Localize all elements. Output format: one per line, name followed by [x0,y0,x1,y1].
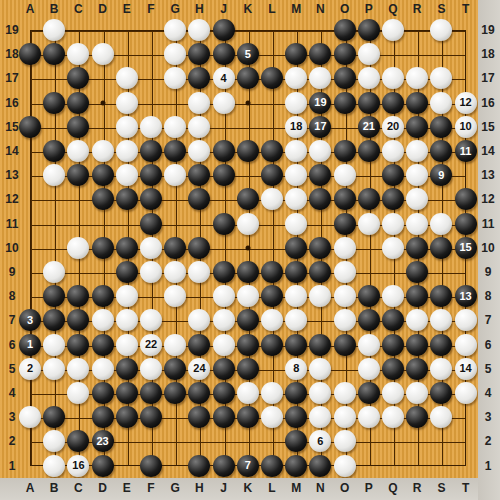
stone-R15-black [406,116,428,138]
move-number-label: 3 [27,315,33,326]
stone-N4-white [309,382,331,404]
coord-left-5: 5 [9,362,16,376]
coord-top-R: R [413,2,422,16]
stone-D2-black: 23 [92,430,114,452]
stone-P7-black [358,309,380,331]
stone-Q3-white [382,406,404,428]
move-number-label: 22 [145,339,157,350]
stone-K6-black [237,334,259,356]
stone-R8-black [406,285,428,307]
stone-D3-black [92,406,114,428]
coord-left-16: 16 [5,96,18,110]
stone-P11-white [358,213,380,235]
stone-H5-white: 24 [188,358,210,380]
stone-F11-black [140,213,162,235]
move-number-label: 11 [460,146,472,157]
stone-H4-black [188,382,210,404]
stone-F14-black [140,140,162,162]
stone-E15-white [116,116,138,138]
coord-right-14: 14 [481,144,494,158]
stone-K4-white [237,382,259,404]
stone-B13-white [43,164,65,186]
stone-T12-black [455,188,477,210]
stone-S6-black [430,334,452,356]
stone-M10-black [285,237,307,259]
move-number-label: 13 [459,291,471,302]
coord-right-5: 5 [485,362,492,376]
stone-L13-black [261,164,283,186]
stone-N13-black [309,164,331,186]
stone-S11-white [430,213,452,235]
stone-E16-white [116,92,138,114]
stone-F13-black [140,164,162,186]
stone-C4-white [67,382,89,404]
stone-M17-white [285,67,307,89]
stone-D6-black [92,334,114,356]
stone-K8-white [237,285,259,307]
coord-top-M: M [291,2,301,16]
stone-J4-black [213,382,235,404]
stone-H12-black [188,188,210,210]
stone-K18-black: 5 [237,43,259,65]
stone-P3-white [358,406,380,428]
stone-R16-black [406,92,428,114]
stone-Q10-white [382,237,404,259]
stone-L17-black [261,67,283,89]
coord-top-G: G [171,2,180,16]
stone-A3-white [19,406,41,428]
stone-G14-black [164,140,186,162]
coord-bottom-E: E [123,481,131,495]
stone-C10-white [67,237,89,259]
stone-B9-white [43,261,65,283]
move-number-label: 23 [96,436,108,447]
stone-H9-white [188,261,210,283]
stone-L14-black [261,140,283,162]
stone-M1-black [285,455,307,477]
stone-N5-white [309,358,331,380]
stone-M5-white: 8 [285,358,307,380]
stone-T10-black: 15 [455,237,477,259]
coord-top-Q: Q [388,2,397,16]
coord-top-H: H [195,2,204,16]
stone-O8-white [334,285,356,307]
stone-P19-black [358,19,380,41]
coord-right-6: 6 [485,338,492,352]
stone-O10-white [334,237,356,259]
stone-O18-black [334,43,356,65]
stone-Q19-white [382,19,404,41]
stone-Q4-white [382,382,404,404]
stone-B2-white [43,430,65,452]
stone-N1-black [309,455,331,477]
stone-N3-white [309,406,331,428]
stone-B1-white [43,455,65,477]
stone-G5-black [164,358,186,380]
coord-bottom-T: T [462,481,469,495]
coord-bottom-H: H [195,481,204,495]
move-number-label: 19 [314,97,326,108]
stone-S17-white [430,67,452,89]
stone-G13-white [164,164,186,186]
stone-K14-black [237,140,259,162]
coord-top-K: K [243,2,252,16]
stone-B16-black [43,92,65,114]
stone-O14-black [334,140,356,162]
coord-bottom-P: P [365,481,373,495]
coord-right-10: 10 [481,241,494,255]
stone-M16-white [285,92,307,114]
stone-O9-white [334,261,356,283]
move-number-label: 24 [193,363,205,374]
stone-M6-black [285,334,307,356]
stone-S4-black [430,382,452,404]
move-number-label: 17 [314,121,326,132]
stone-L12-white [261,188,283,210]
coord-left-2: 2 [9,434,16,448]
move-number-label: 16 [72,460,84,471]
coord-left-8: 8 [9,289,16,303]
stone-F15-white [140,116,162,138]
stone-H3-black [188,406,210,428]
coord-bottom-A: A [26,481,35,495]
stone-J9-black [213,261,235,283]
stone-C16-black [67,92,89,114]
stone-C8-black [67,285,89,307]
stone-H16-white [188,92,210,114]
go-diagram: 541912181721201011915133122224814236167 … [0,0,500,500]
stone-C18-white [67,43,89,65]
stone-C17-black [67,67,89,89]
stone-O2-white [334,430,356,452]
stone-O16-black [334,92,356,114]
stone-F3-black [140,406,162,428]
stone-H6-black [188,334,210,356]
move-number-label: 20 [387,121,399,132]
stone-H18-black [188,43,210,65]
stone-P18-white [358,43,380,65]
stone-M9-black [285,261,307,283]
move-number-label: 9 [438,170,444,181]
stone-F9-white [140,261,162,283]
stone-N6-black [309,334,331,356]
stone-F12-black [140,188,162,210]
stone-Q8-white [382,285,404,307]
stone-J8-white [213,285,235,307]
stone-D1-black [92,455,114,477]
stone-H1-black [188,455,210,477]
star-point-K16 [245,100,250,105]
stone-E3-black [116,406,138,428]
stone-D14-white [92,140,114,162]
coord-top-L: L [268,2,275,16]
stone-Q17-white [382,67,404,89]
coord-bottom-C: C [74,481,83,495]
stone-R13-white [406,164,428,186]
stone-D5-white [92,358,114,380]
stone-S10-black [430,237,452,259]
coord-bottom-N: N [316,481,325,495]
move-number-label: 7 [245,460,251,471]
stone-K11-white [237,213,259,235]
stone-J18-black [213,43,235,65]
stone-B6-white [43,334,65,356]
coord-left-13: 13 [5,168,18,182]
bottom-margin-strip [0,478,478,500]
stone-S19-white [430,19,452,41]
stone-J6-white [213,334,235,356]
stone-T5-white: 14 [455,358,477,380]
coord-top-D: D [98,2,107,16]
stone-J1-black [213,455,235,477]
coord-top-S: S [437,2,445,16]
stone-S15-black [430,116,452,138]
stone-E8-white [116,285,138,307]
coord-bottom-O: O [340,481,349,495]
stone-O6-black [334,334,356,356]
stone-A7-black: 3 [19,309,41,331]
stone-C2-black [67,430,89,452]
stone-C15-black [67,116,89,138]
stone-P4-black [358,382,380,404]
stone-Q11-white [382,213,404,235]
stone-R5-black [406,358,428,380]
coord-left-17: 17 [5,71,18,85]
stone-T6-white [455,334,477,356]
stone-D10-black [92,237,114,259]
stone-A18-black [19,43,41,65]
coord-right-17: 17 [481,71,494,85]
coord-bottom-M: M [291,481,301,495]
stone-B3-black [43,406,65,428]
move-number-label: 12 [459,97,471,108]
stone-J14-black [213,140,235,162]
stone-J17-white: 4 [213,67,235,89]
coord-bottom-B: B [50,481,59,495]
stone-M12-white [285,188,307,210]
stone-D7-white [92,309,114,331]
stone-R7-white [406,309,428,331]
move-number-label: 4 [221,73,227,84]
stone-O11-black [334,213,356,235]
stone-Q5-black [382,358,404,380]
stone-H17-black [188,67,210,89]
stone-S8-black [430,285,452,307]
stone-H10-black [188,237,210,259]
coord-left-4: 4 [9,386,16,400]
stone-K5-black [237,358,259,380]
stone-H19-white [188,19,210,41]
star-point-D16 [100,100,105,105]
stone-N14-white [309,140,331,162]
coord-left-1: 1 [9,459,16,473]
stone-J3-black [213,406,235,428]
coord-right-9: 9 [485,265,492,279]
stone-G9-white [164,261,186,283]
stone-G10-black [164,237,186,259]
coord-left-9: 9 [9,265,16,279]
stone-G19-white [164,19,186,41]
coord-right-8: 8 [485,289,492,303]
stone-Q15-white: 20 [382,116,404,138]
stone-J13-black [213,164,235,186]
coord-left-7: 7 [9,313,16,327]
stone-P8-black [358,285,380,307]
move-number-label: 5 [245,49,251,60]
stone-H13-black [188,164,210,186]
stone-K1-black: 7 [237,455,259,477]
stone-M2-black [285,430,307,452]
stone-E12-black [116,188,138,210]
stone-O1-white [334,455,356,477]
coord-right-19: 19 [481,23,494,37]
coord-right-2: 2 [485,434,492,448]
stone-E7-white [116,309,138,331]
coord-right-15: 15 [481,120,494,134]
stone-J5-black [213,358,235,380]
coord-bottom-F: F [147,481,154,495]
stone-E6-white [116,334,138,356]
stone-R14-white [406,140,428,162]
stone-L1-black [261,455,283,477]
stone-S5-white [430,358,452,380]
coord-bottom-G: G [171,481,180,495]
stone-B5-white [43,358,65,380]
coord-right-1: 1 [485,459,492,473]
coord-left-19: 19 [5,23,18,37]
coord-top-N: N [316,2,325,16]
stone-R17-white [406,67,428,89]
coord-left-14: 14 [5,144,18,158]
stone-Q16-black [382,92,404,114]
coord-bottom-J: J [220,481,227,495]
move-number-label: 10 [459,121,471,132]
stone-D18-white [92,43,114,65]
stone-C5-white [67,358,89,380]
stone-Q12-black [382,188,404,210]
stone-P16-black [358,92,380,114]
stone-G4-black [164,382,186,404]
stone-J11-black [213,213,235,235]
move-number-label: 1 [27,339,33,350]
stone-S16-white [430,92,452,114]
coord-right-11: 11 [482,217,495,231]
stone-L6-black [261,334,283,356]
coord-left-12: 12 [5,192,18,206]
stone-N2-white: 6 [309,430,331,452]
stone-O17-black [334,67,356,89]
stone-M8-white [285,285,307,307]
coord-top-P: P [365,2,373,16]
stone-H14-white [188,140,210,162]
coord-left-3: 3 [9,410,16,424]
coord-left-15: 15 [5,120,18,134]
stone-R6-black [406,334,428,356]
stone-M14-white [285,140,307,162]
stone-F4-black [140,382,162,404]
stone-M3-black [285,406,307,428]
coord-bottom-Q: Q [388,481,397,495]
stone-H15-white [188,116,210,138]
coord-bottom-S: S [437,481,445,495]
stone-P15-black: 21 [358,116,380,138]
stone-O4-white [334,382,356,404]
go-board[interactable]: 541912181721201011915133122224814236167 [0,0,478,478]
stone-D12-black [92,188,114,210]
coord-bottom-L: L [268,481,275,495]
stone-G6-white [164,334,186,356]
move-number-label: 2 [27,363,33,374]
stone-N10-black [309,237,331,259]
stone-M4-black [285,382,307,404]
stone-F1-black [140,455,162,477]
stone-E10-black [116,237,138,259]
stone-O7-white [334,309,356,331]
coord-left-18: 18 [5,47,18,61]
stone-Q6-black [382,334,404,356]
stone-P6-white [358,334,380,356]
stone-A6-black: 1 [19,334,41,356]
stone-B14-black [43,140,65,162]
move-number-label: 14 [459,363,471,374]
coord-top-A: A [26,2,35,16]
coord-right-7: 7 [485,313,492,327]
stone-T11-black [455,213,477,235]
stone-B8-black [43,285,65,307]
stone-E9-black [116,261,138,283]
stone-F5-white [140,358,162,380]
stone-P12-black [358,188,380,210]
stone-C7-black [67,309,89,331]
coord-right-4: 4 [485,386,492,400]
stone-C1-white: 16 [67,455,89,477]
coord-top-C: C [74,2,83,16]
stone-A15-black [19,116,41,138]
coord-left-6: 6 [9,338,16,352]
stone-O3-white [334,406,356,428]
stone-T15-white: 10 [455,116,477,138]
stone-G15-white [164,116,186,138]
coord-top-F: F [147,2,154,16]
stone-M13-white [285,164,307,186]
stone-S14-black [430,140,452,162]
stone-G18-white [164,43,186,65]
stone-C13-black [67,164,89,186]
move-number-label: 18 [290,121,302,132]
stone-N8-white [309,285,331,307]
stone-N17-white [309,67,331,89]
stone-F7-white [140,309,162,331]
stone-L9-black [261,261,283,283]
stone-K7-black [237,309,259,331]
stone-R3-black [406,406,428,428]
stone-T8-black: 13 [455,285,477,307]
coord-bottom-D: D [98,481,107,495]
stone-E17-white [116,67,138,89]
stone-T16-white: 12 [455,92,477,114]
coord-left-11: 11 [6,217,19,231]
stone-T14-black: 11 [455,140,477,162]
move-number-label: 21 [363,121,375,132]
stone-J19-black [213,19,235,41]
coord-bottom-R: R [413,481,422,495]
stone-C6-black [67,334,89,356]
star-point-K10 [245,245,250,250]
stone-O19-black [334,19,356,41]
coord-top-J: J [220,2,227,16]
stone-N15-black: 17 [309,116,331,138]
stone-G8-white [164,285,186,307]
